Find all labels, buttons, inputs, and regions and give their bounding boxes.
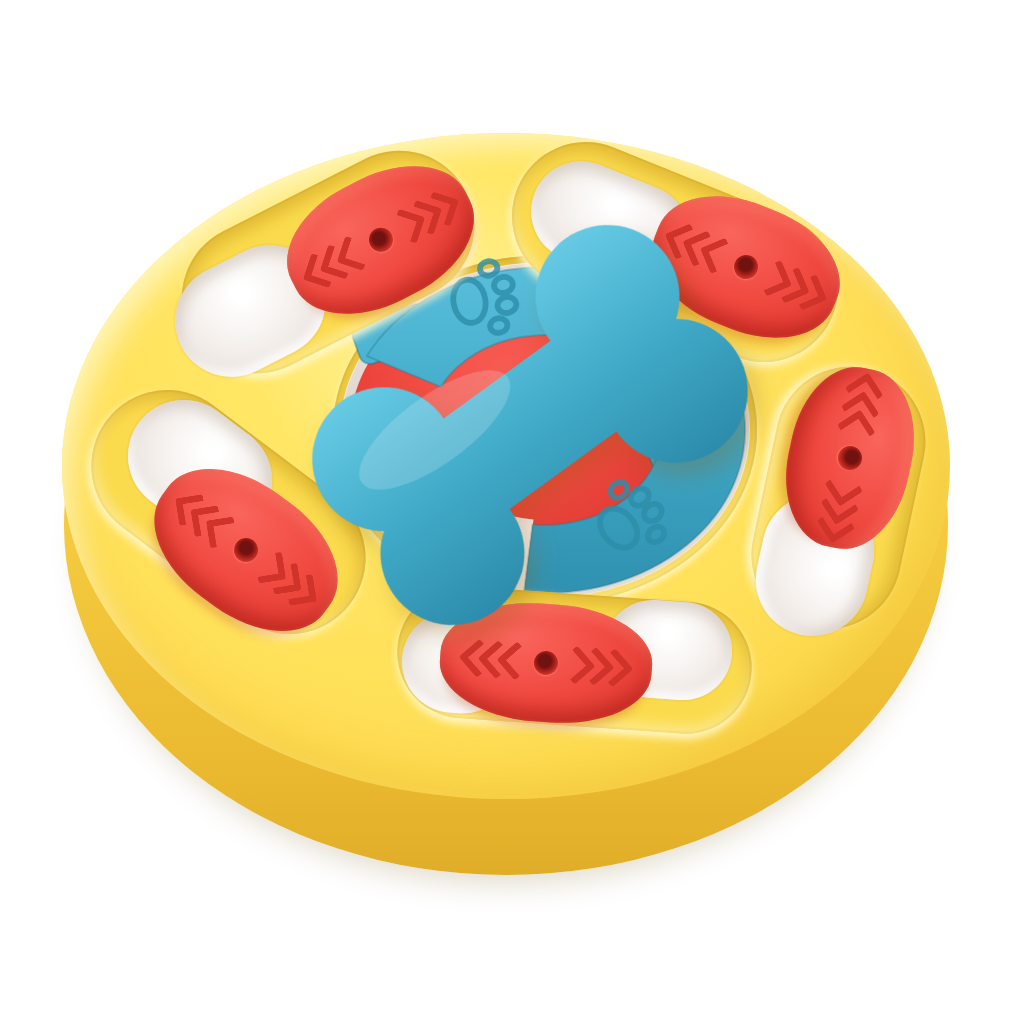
chevron-icon (570, 651, 629, 683)
chevron-icon (258, 553, 321, 609)
chevron-icon (764, 263, 827, 310)
chevron-icon (819, 480, 858, 542)
slider-pin-hole (836, 444, 864, 472)
slider-pin-hole (533, 650, 559, 676)
product-photo-dog-puzzle-toy (0, 0, 1024, 1024)
slider-pin-hole (730, 251, 761, 282)
chevron-icon (396, 190, 459, 241)
chevron-icon (301, 239, 364, 290)
chevron-icon (842, 375, 881, 437)
chevron-icon (171, 490, 234, 546)
chevron-icon (463, 643, 522, 675)
